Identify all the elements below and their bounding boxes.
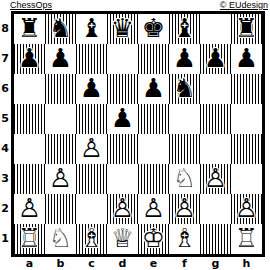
piece-black-king[interactable]: ♚♚ bbox=[138, 14, 169, 44]
square-b7[interactable]: ♟♟ bbox=[45, 44, 76, 74]
piece-black-pawn[interactable]: ♟♟ bbox=[45, 44, 76, 74]
square-e6[interactable]: ♟♟ bbox=[138, 74, 169, 104]
piece-white-bishop[interactable]: ♝♗ bbox=[76, 224, 107, 254]
credit-label: © EUdesign bbox=[220, 0, 268, 11]
square-f6[interactable]: ♞♞ bbox=[169, 74, 200, 104]
piece-white-pawn[interactable]: ♟♙ bbox=[169, 194, 200, 224]
piece-black-queen[interactable]: ♛♛ bbox=[107, 14, 138, 44]
square-b8[interactable]: ♞♞ bbox=[45, 14, 76, 44]
piece-black-rook[interactable]: ♜♜ bbox=[14, 14, 45, 44]
rank-labels: 87654321 bbox=[0, 14, 10, 254]
file-label-h: h bbox=[231, 258, 262, 269]
piece-white-pawn[interactable]: ♟♙ bbox=[231, 194, 262, 224]
square-h1[interactable]: ♜♖ bbox=[231, 224, 262, 254]
piece-white-pawn[interactable]: ♟♙ bbox=[14, 194, 45, 224]
square-c6[interactable]: ♟♟ bbox=[76, 74, 107, 104]
file-labels: abcdefgh bbox=[14, 258, 262, 269]
square-a2[interactable]: ♟♙ bbox=[14, 194, 45, 224]
square-g8[interactable] bbox=[200, 14, 231, 44]
piece-white-knight[interactable]: ♞♘ bbox=[45, 224, 76, 254]
rank-label-1: 1 bbox=[0, 224, 10, 254]
square-a7[interactable]: ♟♟ bbox=[14, 44, 45, 74]
square-d5[interactable]: ♟♟ bbox=[107, 104, 138, 134]
rank-label-8: 8 bbox=[0, 14, 10, 44]
square-g7[interactable]: ♟♟ bbox=[200, 44, 231, 74]
square-c4[interactable]: ♟♙ bbox=[76, 134, 107, 164]
piece-white-rook[interactable]: ♜♖ bbox=[14, 224, 45, 254]
chessops-window: ChessOps © EUdesign ♜♜♞♞♝♝♛♛♚♚♝♝♜♜♟♟♟♟♟♟… bbox=[0, 0, 270, 270]
square-f7[interactable]: ♟♟ bbox=[169, 44, 200, 74]
file-label-c: c bbox=[76, 258, 107, 269]
square-a1[interactable]: ♜♖ bbox=[14, 224, 45, 254]
square-h7[interactable]: ♟♟ bbox=[231, 44, 262, 74]
piece-black-rook[interactable]: ♜♜ bbox=[231, 14, 262, 44]
square-h6[interactable] bbox=[231, 74, 262, 104]
square-b6[interactable] bbox=[45, 74, 76, 104]
piece-black-bishop[interactable]: ♝♝ bbox=[76, 14, 107, 44]
rank-label-7: 7 bbox=[0, 44, 10, 74]
square-g4[interactable] bbox=[200, 134, 231, 164]
square-c2[interactable] bbox=[76, 194, 107, 224]
square-g5[interactable] bbox=[200, 104, 231, 134]
square-d2[interactable]: ♟♙ bbox=[107, 194, 138, 224]
piece-black-pawn[interactable]: ♟♟ bbox=[107, 104, 138, 134]
piece-black-bishop[interactable]: ♝♝ bbox=[169, 14, 200, 44]
square-e5[interactable] bbox=[138, 104, 169, 134]
square-h8[interactable]: ♜♜ bbox=[231, 14, 262, 44]
rank-label-3: 3 bbox=[0, 164, 10, 194]
square-c8[interactable]: ♝♝ bbox=[76, 14, 107, 44]
file-label-d: d bbox=[107, 258, 138, 269]
piece-black-pawn[interactable]: ♟♟ bbox=[200, 44, 231, 74]
chess-board: ♜♜♞♞♝♝♛♛♚♚♝♝♜♜♟♟♟♟♟♟♟♟♟♟♟♟♟♟♞♞♟♟♟♙♟♙♞♘♟♙… bbox=[11, 11, 265, 257]
rank-label-5: 5 bbox=[0, 104, 10, 134]
square-c7[interactable] bbox=[76, 44, 107, 74]
rank-label-2: 2 bbox=[0, 194, 10, 224]
piece-black-pawn[interactable]: ♟♟ bbox=[138, 74, 169, 104]
square-e7[interactable] bbox=[138, 44, 169, 74]
square-d7[interactable] bbox=[107, 44, 138, 74]
square-b2[interactable] bbox=[45, 194, 76, 224]
square-h5[interactable] bbox=[231, 104, 262, 134]
square-h2[interactable]: ♟♙ bbox=[231, 194, 262, 224]
piece-white-pawn[interactable]: ♟♙ bbox=[45, 164, 76, 194]
square-d8[interactable]: ♛♛ bbox=[107, 14, 138, 44]
piece-black-pawn[interactable]: ♟♟ bbox=[14, 44, 45, 74]
square-d1[interactable]: ♛♕ bbox=[107, 224, 138, 254]
piece-black-knight[interactable]: ♞♞ bbox=[45, 14, 76, 44]
square-e8[interactable]: ♚♚ bbox=[138, 14, 169, 44]
piece-white-queen[interactable]: ♛♕ bbox=[107, 224, 138, 254]
file-label-f: f bbox=[169, 258, 200, 269]
file-label-b: b bbox=[45, 258, 76, 269]
square-f3[interactable]: ♞♘ bbox=[169, 164, 200, 194]
square-d3[interactable] bbox=[107, 164, 138, 194]
piece-white-pawn[interactable]: ♟♙ bbox=[200, 164, 231, 194]
piece-white-pawn[interactable]: ♟♙ bbox=[107, 194, 138, 224]
square-a6[interactable] bbox=[14, 74, 45, 104]
file-label-e: e bbox=[138, 258, 169, 269]
square-f4[interactable] bbox=[169, 134, 200, 164]
square-e3[interactable] bbox=[138, 164, 169, 194]
piece-white-pawn[interactable]: ♟♙ bbox=[138, 194, 169, 224]
square-e1[interactable]: ♚♔ bbox=[138, 224, 169, 254]
piece-black-pawn[interactable]: ♟♟ bbox=[231, 44, 262, 74]
square-a3[interactable] bbox=[14, 164, 45, 194]
square-a8[interactable]: ♜♜ bbox=[14, 14, 45, 44]
square-b4[interactable] bbox=[45, 134, 76, 164]
piece-white-king[interactable]: ♚♔ bbox=[138, 224, 169, 254]
square-b1[interactable]: ♞♘ bbox=[45, 224, 76, 254]
square-a4[interactable] bbox=[14, 134, 45, 164]
square-d4[interactable] bbox=[107, 134, 138, 164]
piece-white-knight[interactable]: ♞♘ bbox=[169, 164, 200, 194]
rank-label-4: 4 bbox=[0, 134, 10, 164]
square-g2[interactable] bbox=[200, 194, 231, 224]
file-label-a: a bbox=[14, 258, 45, 269]
square-c3[interactable] bbox=[76, 164, 107, 194]
square-d6[interactable] bbox=[107, 74, 138, 104]
square-e4[interactable] bbox=[138, 134, 169, 164]
square-c1[interactable]: ♝♗ bbox=[76, 224, 107, 254]
square-g1[interactable] bbox=[200, 224, 231, 254]
square-g6[interactable] bbox=[200, 74, 231, 104]
square-a5[interactable] bbox=[14, 104, 45, 134]
piece-white-bishop[interactable]: ♝♗ bbox=[169, 224, 200, 254]
file-label-g: g bbox=[200, 258, 231, 269]
square-h3[interactable] bbox=[231, 164, 262, 194]
square-f1[interactable]: ♝♗ bbox=[169, 224, 200, 254]
square-f2[interactable]: ♟♙ bbox=[169, 194, 200, 224]
square-h4[interactable] bbox=[231, 134, 262, 164]
square-c5[interactable] bbox=[76, 104, 107, 134]
square-e2[interactable]: ♟♙ bbox=[138, 194, 169, 224]
app-title: ChessOps bbox=[10, 0, 52, 11]
square-g3[interactable]: ♟♙ bbox=[200, 164, 231, 194]
piece-white-pawn[interactable]: ♟♙ bbox=[76, 134, 107, 164]
square-b5[interactable] bbox=[45, 104, 76, 134]
square-f8[interactable]: ♝♝ bbox=[169, 14, 200, 44]
rank-label-6: 6 bbox=[0, 74, 10, 104]
piece-black-pawn[interactable]: ♟♟ bbox=[169, 44, 200, 74]
piece-white-rook[interactable]: ♜♖ bbox=[231, 224, 262, 254]
square-b3[interactable]: ♟♙ bbox=[45, 164, 76, 194]
piece-black-pawn[interactable]: ♟♟ bbox=[76, 74, 107, 104]
square-f5[interactable] bbox=[169, 104, 200, 134]
piece-black-knight[interactable]: ♞♞ bbox=[169, 74, 200, 104]
